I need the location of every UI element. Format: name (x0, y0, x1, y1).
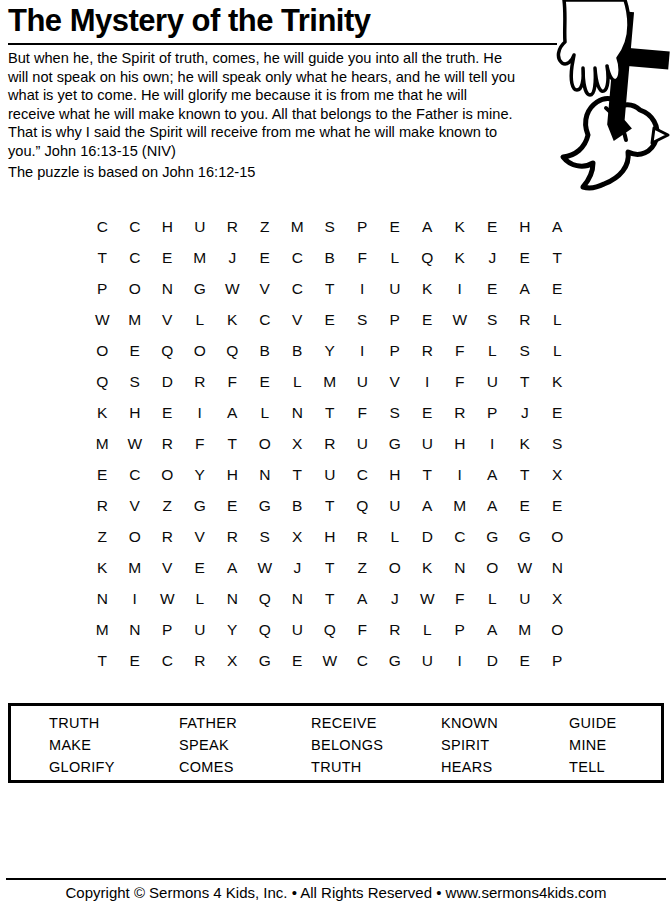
grid-cell-r1c2[interactable]: C (119, 211, 152, 242)
grid-cell-r10c9[interactable]: Q (346, 490, 379, 521)
grid-cell-r10c5[interactable]: E (216, 490, 249, 521)
grid-cell-r12c4[interactable]: E (184, 552, 217, 583)
grid-cell-r15c6[interactable]: G (249, 645, 282, 676)
grid-cell-r8c11[interactable]: U (411, 428, 444, 459)
grid-cell-r10c2[interactable]: V (119, 490, 152, 521)
grid-cell-r11c11[interactable]: D (411, 521, 444, 552)
grid-cell-r12c11[interactable]: K (411, 552, 444, 583)
grid-cell-r6c9[interactable]: U (346, 366, 379, 397)
grid-cell-r7c15[interactable]: E (541, 397, 574, 428)
trinity-illustration (548, 0, 672, 196)
grid-cell-r13c6[interactable]: Q (249, 583, 282, 614)
grid-cell-r15c9[interactable]: C (346, 645, 379, 676)
verse-line: you.” John 16:13-15 (NIV) (8, 142, 560, 161)
grid-cell-r3c7[interactable]: C (281, 273, 314, 304)
word-search-grid: CCHURZMSPEAKEHATCEMJECBFLQKJETPONGWVCTIU… (86, 211, 574, 676)
grid-cell-r7c13[interactable]: P (476, 397, 509, 428)
grid-cell-r2c5[interactable]: J (216, 242, 249, 273)
grid-cell-r1c1[interactable]: C (86, 211, 119, 242)
word-list-item: TRUTH (49, 712, 179, 734)
grid-cell-r4c13[interactable]: S (476, 304, 509, 335)
grid-cell-r15c3[interactable]: C (151, 645, 184, 676)
grid-cell-r6c1[interactable]: Q (86, 366, 119, 397)
grid-cell-r15c7[interactable]: E (281, 645, 314, 676)
grid-cell-r11c7[interactable]: X (281, 521, 314, 552)
title-underline (8, 43, 557, 45)
grid-cell-r2c3[interactable]: E (151, 242, 184, 273)
grid-cell-r12c1[interactable]: K (86, 552, 119, 583)
grid-cell-r1c14[interactable]: H (509, 211, 542, 242)
word-list-column-3: RECEIVEBELONGSTRUTH (311, 712, 441, 780)
grid-cell-r11c12[interactable]: C (444, 521, 477, 552)
grid-cell-r2c13[interactable]: J (476, 242, 509, 273)
grid-cell-r9c14[interactable]: T (509, 459, 542, 490)
grid-cell-r1c5[interactable]: R (216, 211, 249, 242)
grid-cell-r9c1[interactable]: E (86, 459, 119, 490)
grid-cell-r10c11[interactable]: A (411, 490, 444, 521)
word-list-item: HEARS (441, 756, 569, 778)
grid-cell-r4c7[interactable]: V (281, 304, 314, 335)
grid-cell-r13c15[interactable]: X (541, 583, 574, 614)
grid-cell-r2c1[interactable]: T (86, 242, 119, 273)
grid-cell-r2c10[interactable]: L (379, 242, 412, 273)
grid-cell-r11c8[interactable]: H (314, 521, 347, 552)
word-list-column-1: TRUTHMAKEGLORIFY (49, 712, 179, 780)
grid-cell-r3c1[interactable]: P (86, 273, 119, 304)
grid-cell-r15c11[interactable]: U (411, 645, 444, 676)
word-list-item: TRUTH (311, 756, 441, 778)
grid-cell-r2c7[interactable]: C (281, 242, 314, 273)
grid-cell-r4c14[interactable]: R (509, 304, 542, 335)
grid-cell-r1c9[interactable]: P (346, 211, 379, 242)
grid-cell-r2c4[interactable]: M (184, 242, 217, 273)
word-list-item: GLORIFY (49, 756, 179, 778)
word-list-column-5: GUIDEMINETELL (569, 712, 661, 780)
grid-cell-r6c7[interactable]: L (281, 366, 314, 397)
grid-cell-r10c10[interactable]: U (379, 490, 412, 521)
grid-cell-r3c2[interactable]: O (119, 273, 152, 304)
grid-cell-r10c8[interactable]: T (314, 490, 347, 521)
grid-cell-r9c8[interactable]: U (314, 459, 347, 490)
grid-cell-r8c7[interactable]: X (281, 428, 314, 459)
grid-cell-r2c15[interactable]: T (541, 242, 574, 273)
grid-cell-r6c10[interactable]: V (379, 366, 412, 397)
grid-cell-r6c3[interactable]: D (151, 366, 184, 397)
grid-cell-r7c14[interactable]: J (509, 397, 542, 428)
grid-cell-r3c13[interactable]: E (476, 273, 509, 304)
grid-cell-r2c11[interactable]: Q (411, 242, 444, 273)
grid-cell-r5c11[interactable]: R (411, 335, 444, 366)
grid-cell-r4c6[interactable]: C (249, 304, 282, 335)
grid-cell-r12c14[interactable]: W (509, 552, 542, 583)
word-list-item: SPEAK (179, 734, 311, 756)
grid-cell-r4c3[interactable]: V (151, 304, 184, 335)
verse-line: what is yet to come. He will glorify me … (8, 86, 560, 105)
grid-cell-r1c10[interactable]: E (379, 211, 412, 242)
grid-cell-r8c2[interactable]: W (119, 428, 152, 459)
grid-cell-r9c10[interactable]: H (379, 459, 412, 490)
grid-cell-r4c15[interactable]: L (541, 304, 574, 335)
grid-cell-r1c6[interactable]: Z (249, 211, 282, 242)
grid-cell-r12c13[interactable]: O (476, 552, 509, 583)
grid-cell-r9c15[interactable]: X (541, 459, 574, 490)
grid-cell-r2c9[interactable]: F (346, 242, 379, 273)
grid-cell-r7c7[interactable]: N (281, 397, 314, 428)
grid-cell-r7c9[interactable]: F (346, 397, 379, 428)
grid-cell-r10c4[interactable]: G (184, 490, 217, 521)
grid-cell-r1c3[interactable]: H (151, 211, 184, 242)
word-list-item: GUIDE (569, 712, 661, 734)
grid-cell-r8c3[interactable]: R (151, 428, 184, 459)
grid-cell-r10c14[interactable]: E (509, 490, 542, 521)
puzzle-note: The puzzle is based on John 16:12-15 (8, 164, 255, 180)
footer-divider (6, 878, 666, 880)
grid-cell-r14c9[interactable]: F (346, 614, 379, 645)
grid-cell-r14c6[interactable]: Q (249, 614, 282, 645)
grid-cell-r9c6[interactable]: N (249, 459, 282, 490)
grid-cell-r10c13[interactable]: A (476, 490, 509, 521)
worksheet-page: The Mystery of the Trinity But when he, … (0, 0, 672, 908)
grid-cell-r7c3[interactable]: E (151, 397, 184, 428)
grid-cell-r12c8[interactable]: T (314, 552, 347, 583)
grid-cell-r14c4[interactable]: U (184, 614, 217, 645)
grid-cell-r8c1[interactable]: M (86, 428, 119, 459)
grid-cell-r1c12[interactable]: K (444, 211, 477, 242)
grid-cell-r8c4[interactable]: F (184, 428, 217, 459)
grid-cell-r7c12[interactable]: R (444, 397, 477, 428)
grid-cell-r14c8[interactable]: Q (314, 614, 347, 645)
grid-cell-r15c13[interactable]: D (476, 645, 509, 676)
word-list-item: RECEIVE (311, 712, 441, 734)
grid-cell-r14c15[interactable]: O (541, 614, 574, 645)
grid-cell-r7c8[interactable]: T (314, 397, 347, 428)
verse-line: will not speak on his own; he will speak… (8, 68, 560, 87)
grid-cell-r11c14[interactable]: G (509, 521, 542, 552)
grid-cell-r8c15[interactable]: S (541, 428, 574, 459)
grid-cell-r13c10[interactable]: J (379, 583, 412, 614)
verse-text: But when he, the Spirit of truth, comes,… (8, 49, 560, 161)
grid-cell-r3c15[interactable]: E (541, 273, 574, 304)
grid-cell-r4c4[interactable]: L (184, 304, 217, 335)
grid-cell-r15c1[interactable]: T (86, 645, 119, 676)
grid-cell-r13c8[interactable]: T (314, 583, 347, 614)
grid-cell-r12c5[interactable]: A (216, 552, 249, 583)
grid-cell-r14c7[interactable]: U (281, 614, 314, 645)
grid-cell-r7c2[interactable]: H (119, 397, 152, 428)
grid-cell-r10c3[interactable]: Z (151, 490, 184, 521)
word-list-column-4: KNOWNSPIRITHEARS (441, 712, 569, 780)
grid-cell-r6c8[interactable]: M (314, 366, 347, 397)
grid-cell-r13c1[interactable]: N (86, 583, 119, 614)
word-list-item: MINE (569, 734, 661, 756)
grid-cell-r13c5[interactable]: N (216, 583, 249, 614)
hand-icon (558, 0, 629, 95)
grid-cell-r14c5[interactable]: Y (216, 614, 249, 645)
grid-cell-r11c6[interactable]: S (249, 521, 282, 552)
verse-line: But when he, the Spirit of truth, comes,… (8, 49, 560, 68)
grid-cell-r7c6[interactable]: L (249, 397, 282, 428)
grid-cell-r9c5[interactable]: H (216, 459, 249, 490)
grid-cell-r14c12[interactable]: P (444, 614, 477, 645)
grid-cell-r9c7[interactable]: T (281, 459, 314, 490)
verse-line: That is why I said the Spirit will recei… (8, 123, 560, 142)
grid-cell-r12c3[interactable]: V (151, 552, 184, 583)
grid-cell-r3c6[interactable]: V (249, 273, 282, 304)
grid-cell-r12c15[interactable]: N (541, 552, 574, 583)
grid-cell-r6c15[interactable]: K (541, 366, 574, 397)
grid-cell-r11c10[interactable]: L (379, 521, 412, 552)
grid-cell-r1c13[interactable]: E (476, 211, 509, 242)
grid-cell-r8c12[interactable]: H (444, 428, 477, 459)
grid-cell-r5c8[interactable]: Y (314, 335, 347, 366)
grid-cell-r5c3[interactable]: Q (151, 335, 184, 366)
grid-cell-r5c13[interactable]: L (476, 335, 509, 366)
grid-cell-r9c3[interactable]: O (151, 459, 184, 490)
grid-cell-r5c10[interactable]: P (379, 335, 412, 366)
word-list-column-2: FATHERSPEAKCOMES (179, 712, 311, 780)
grid-cell-r5c15[interactable]: L (541, 335, 574, 366)
word-list: TRUTHMAKEGLORIFYFATHERSPEAKCOMESRECEIVEB… (8, 703, 664, 783)
grid-cell-r3c11[interactable]: K (411, 273, 444, 304)
word-list-item: MAKE (49, 734, 179, 756)
grid-cell-r12c9[interactable]: Z (346, 552, 379, 583)
grid-cell-r4c5[interactable]: K (216, 304, 249, 335)
word-list-item: SPIRIT (441, 734, 569, 756)
grid-cell-r14c13[interactable]: A (476, 614, 509, 645)
grid-cell-r9c2[interactable]: C (119, 459, 152, 490)
grid-cell-r4c12[interactable]: W (444, 304, 477, 335)
grid-cell-r12c10[interactable]: O (379, 552, 412, 583)
grid-cell-r2c12[interactable]: K (444, 242, 477, 273)
grid-cell-r13c11[interactable]: W (411, 583, 444, 614)
grid-cell-r2c14[interactable]: E (509, 242, 542, 273)
grid-cell-r5c2[interactable]: E (119, 335, 152, 366)
grid-cell-r5c12[interactable]: F (444, 335, 477, 366)
grid-cell-r10c12[interactable]: M (444, 490, 477, 521)
grid-cell-r11c1[interactable]: Z (86, 521, 119, 552)
grid-cell-r14c2[interactable]: N (119, 614, 152, 645)
grid-cell-r15c12[interactable]: I (444, 645, 477, 676)
grid-cell-r13c14[interactable]: U (509, 583, 542, 614)
grid-cell-r3c9[interactable]: I (346, 273, 379, 304)
grid-cell-r1c8[interactable]: S (314, 211, 347, 242)
grid-cell-r7c11[interactable]: E (411, 397, 444, 428)
grid-cell-r10c7[interactable]: B (281, 490, 314, 521)
grid-cell-r8c13[interactable]: I (476, 428, 509, 459)
grid-cell-r5c6[interactable]: B (249, 335, 282, 366)
grid-cell-r11c13[interactable]: G (476, 521, 509, 552)
grid-cell-r4c8[interactable]: E (314, 304, 347, 335)
grid-cell-r8c6[interactable]: O (249, 428, 282, 459)
grid-cell-r12c2[interactable]: M (119, 552, 152, 583)
grid-cell-r1c15[interactable]: A (541, 211, 574, 242)
grid-cell-r6c12[interactable]: F (444, 366, 477, 397)
grid-cell-r1c11[interactable]: A (411, 211, 444, 242)
word-list-item: TELL (569, 756, 661, 778)
grid-cell-r6c2[interactable]: S (119, 366, 152, 397)
grid-cell-r8c10[interactable]: G (379, 428, 412, 459)
grid-cell-r10c15[interactable]: E (541, 490, 574, 521)
grid-cell-r13c9[interactable]: A (346, 583, 379, 614)
grid-cell-r6c13[interactable]: U (476, 366, 509, 397)
grid-cell-r13c2[interactable]: I (119, 583, 152, 614)
grid-cell-r5c7[interactable]: B (281, 335, 314, 366)
grid-cell-r3c3[interactable]: N (151, 273, 184, 304)
grid-cell-r3c5[interactable]: W (216, 273, 249, 304)
grid-cell-r4c2[interactable]: M (119, 304, 152, 335)
grid-cell-r11c9[interactable]: R (346, 521, 379, 552)
grid-cell-r13c4[interactable]: L (184, 583, 217, 614)
grid-cell-r15c10[interactable]: G (379, 645, 412, 676)
grid-cell-r5c5[interactable]: Q (216, 335, 249, 366)
grid-cell-r7c10[interactable]: S (379, 397, 412, 428)
grid-cell-r6c6[interactable]: E (249, 366, 282, 397)
word-list-item: FATHER (179, 712, 311, 734)
word-list-item: KNOWN (441, 712, 569, 734)
grid-cell-r5c9[interactable]: I (346, 335, 379, 366)
grid-cell-r9c9[interactable]: C (346, 459, 379, 490)
grid-cell-r7c1[interactable]: K (86, 397, 119, 428)
grid-cell-r2c8[interactable]: B (314, 242, 347, 273)
grid-cell-r4c9[interactable]: S (346, 304, 379, 335)
footer-copyright: Copyright © Sermons 4 Kids, Inc. • All R… (0, 884, 672, 901)
grid-cell-r15c4[interactable]: R (184, 645, 217, 676)
grid-cell-r4c11[interactable]: E (411, 304, 444, 335)
grid-cell-r2c6[interactable]: E (249, 242, 282, 273)
grid-cell-r9c12[interactable]: I (444, 459, 477, 490)
grid-cell-r6c14[interactable]: T (509, 366, 542, 397)
grid-cell-r3c12[interactable]: I (444, 273, 477, 304)
grid-cell-r8c14[interactable]: K (509, 428, 542, 459)
grid-cell-r6c11[interactable]: I (411, 366, 444, 397)
grid-cell-r8c9[interactable]: U (346, 428, 379, 459)
grid-cell-r1c7[interactable]: M (281, 211, 314, 242)
grid-cell-r15c14[interactable]: E (509, 645, 542, 676)
grid-cell-r5c14[interactable]: S (509, 335, 542, 366)
grid-cell-r12c7[interactable]: J (281, 552, 314, 583)
grid-cell-r15c5[interactable]: X (216, 645, 249, 676)
grid-cell-r3c8[interactable]: T (314, 273, 347, 304)
grid-cell-r4c1[interactable]: W (86, 304, 119, 335)
grid-cell-r14c11[interactable]: L (411, 614, 444, 645)
grid-cell-r15c2[interactable]: E (119, 645, 152, 676)
grid-cell-r7c5[interactable]: A (216, 397, 249, 428)
grid-cell-r6c5[interactable]: F (216, 366, 249, 397)
grid-cell-r14c14[interactable]: M (509, 614, 542, 645)
grid-cell-r10c6[interactable]: G (249, 490, 282, 521)
grid-cell-r14c3[interactable]: P (151, 614, 184, 645)
grid-cell-r3c14[interactable]: A (509, 273, 542, 304)
grid-cell-r13c3[interactable]: W (151, 583, 184, 614)
grid-cell-r12c6[interactable]: W (249, 552, 282, 583)
grid-cell-r13c7[interactable]: N (281, 583, 314, 614)
grid-cell-r11c15[interactable]: O (541, 521, 574, 552)
grid-cell-r15c15[interactable]: P (541, 645, 574, 676)
grid-cell-r13c13[interactable]: L (476, 583, 509, 614)
grid-cell-r12c12[interactable]: N (444, 552, 477, 583)
grid-cell-r6c4[interactable]: R (184, 366, 217, 397)
grid-cell-r9c4[interactable]: Y (184, 459, 217, 490)
grid-cell-r5c1[interactable]: O (86, 335, 119, 366)
grid-cell-r1c4[interactable]: U (184, 211, 217, 242)
grid-cell-r8c8[interactable]: R (314, 428, 347, 459)
hand-cross-dove-icon (548, 0, 672, 196)
grid-cell-r13c12[interactable]: F (444, 583, 477, 614)
grid-cell-r3c10[interactable]: U (379, 273, 412, 304)
grid-cell-r15c8[interactable]: W (314, 645, 347, 676)
grid-cell-r11c2[interactable]: O (119, 521, 152, 552)
word-list-item: BELONGS (311, 734, 441, 756)
word-list-item: COMES (179, 756, 311, 778)
grid-cell-r11c5[interactable]: R (216, 521, 249, 552)
verse-line: receive what he will make known to you. … (8, 105, 560, 124)
grid-cell-r3c4[interactable]: G (184, 273, 217, 304)
grid-cell-r9c13[interactable]: A (476, 459, 509, 490)
grid-cell-r14c1[interactable]: M (86, 614, 119, 645)
grid-cell-r10c1[interactable]: R (86, 490, 119, 521)
grid-cell-r11c3[interactable]: R (151, 521, 184, 552)
grid-cell-r11c4[interactable]: V (184, 521, 217, 552)
grid-cell-r2c2[interactable]: C (119, 242, 152, 273)
grid-cell-r8c5[interactable]: T (216, 428, 249, 459)
grid-cell-r7c4[interactable]: I (184, 397, 217, 428)
grid-cell-r14c10[interactable]: R (379, 614, 412, 645)
grid-cell-r5c4[interactable]: O (184, 335, 217, 366)
page-title: The Mystery of the Trinity (8, 3, 371, 39)
grid-cell-r4c10[interactable]: P (379, 304, 412, 335)
grid-cell-r9c11[interactable]: T (411, 459, 444, 490)
